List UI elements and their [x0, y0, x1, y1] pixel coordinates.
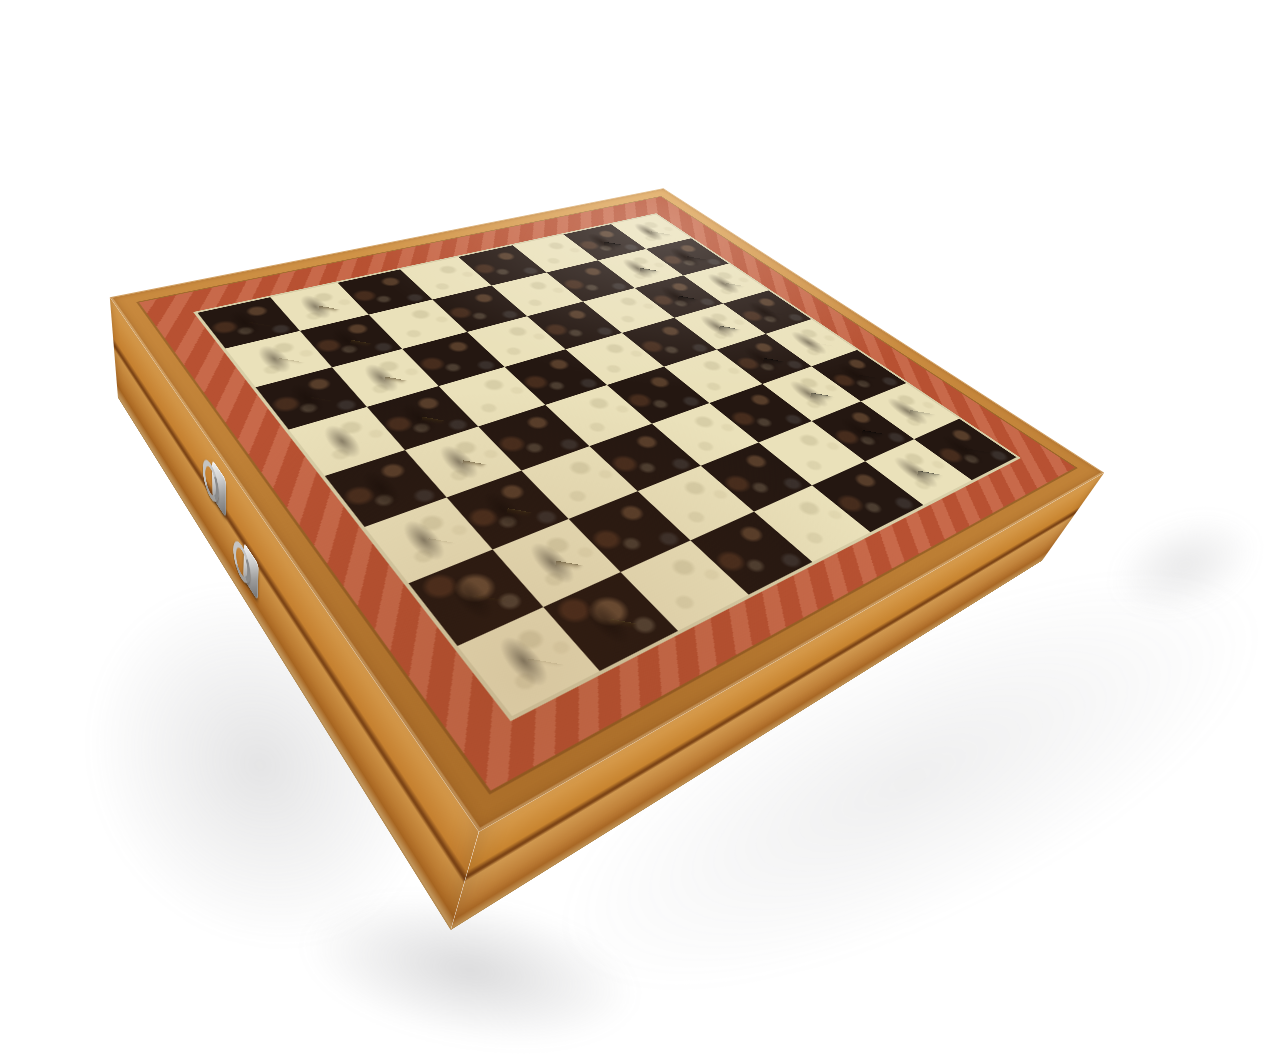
chess-board-box: ♜♞♟♝♟♛♟♚♟♝♟♞♟♟♜♟♟♜♟♟♞♟♝♟♛♟♚♟♝♟♞♜	[110, 188, 1104, 832]
square-g5	[701, 442, 812, 511]
metal-clasp-icon	[243, 542, 258, 601]
square-h6	[812, 461, 923, 532]
scene: ♜♞♟♝♟♛♟♚♟♝♟♞♟♟♜♟♟♜♟♟♞♟♝♟♛♟♚♟♝♟♞♜	[0, 0, 1278, 1059]
square-h5	[754, 485, 870, 562]
square-f5	[652, 403, 759, 466]
product-photo: ♜♞♟♝♟♛♟♚♟♝♟♞♟♟♜♟♟♜♟♟♞♟♝♟♛♟♚♟♝♟♞♜	[0, 0, 1278, 1059]
metal-clasp-icon	[212, 459, 226, 518]
camera-transform: ♜♞♟♝♟♛♟♚♟♝♟♞♟♟♜♟♟♜♟♟♞♟♝♟♛♟♚♟♝♟♞♜	[0, 0, 1278, 1059]
